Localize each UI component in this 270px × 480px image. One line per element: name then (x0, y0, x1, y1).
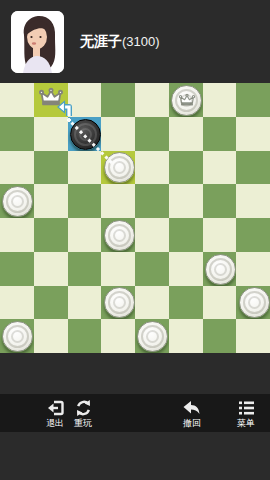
square-e7[interactable] (135, 117, 169, 151)
square-c8[interactable] (68, 83, 102, 117)
square-b2[interactable] (34, 286, 68, 320)
undo-icon (182, 399, 202, 417)
toolbar-button-label: 重玩 (74, 419, 92, 428)
square-d8[interactable] (101, 83, 135, 117)
square-b8[interactable] (34, 83, 68, 117)
square-c6[interactable] (68, 151, 102, 185)
square-h1[interactable] (236, 319, 270, 353)
square-e6[interactable] (135, 151, 169, 185)
square-a6[interactable] (0, 151, 34, 185)
square-c2[interactable] (68, 286, 102, 320)
square-g2[interactable] (203, 286, 237, 320)
square-f4[interactable] (169, 218, 203, 252)
black-man-piece (70, 119, 101, 150)
square-g1[interactable] (203, 319, 237, 353)
square-d2[interactable] (101, 286, 135, 320)
square-e4[interactable] (135, 218, 169, 252)
square-h6[interactable] (236, 151, 270, 185)
replay-icon (74, 399, 93, 417)
toolbar-button-replay[interactable]: 重玩 (61, 396, 105, 430)
square-c7[interactable] (68, 117, 102, 151)
white-man-piece (205, 254, 236, 285)
square-d3[interactable] (101, 252, 135, 286)
menu-icon (237, 399, 256, 417)
square-c5[interactable] (68, 184, 102, 218)
white-man-piece (137, 321, 168, 352)
square-h4[interactable] (236, 218, 270, 252)
avatar (11, 11, 64, 73)
player-bar: 无涯子(3100) (0, 0, 270, 83)
toolbar-button-undo[interactable]: 撤回 (170, 396, 214, 430)
square-g8[interactable] (203, 83, 237, 117)
square-d1[interactable] (101, 319, 135, 353)
square-d6[interactable] (101, 151, 135, 185)
square-f2[interactable] (169, 286, 203, 320)
square-h8[interactable] (236, 83, 270, 117)
square-g5[interactable] (203, 184, 237, 218)
square-f5[interactable] (169, 184, 203, 218)
toolbar-button-menu[interactable]: 菜单 (224, 396, 268, 430)
avatar-woman-illustration (11, 11, 64, 73)
toolbar-button-label: 撤回 (183, 419, 201, 428)
promotion-crown-marker (38, 87, 63, 110)
square-e5[interactable] (135, 184, 169, 218)
square-f3[interactable] (169, 252, 203, 286)
square-c3[interactable] (68, 252, 102, 286)
square-d5[interactable] (101, 184, 135, 218)
square-h5[interactable] (236, 184, 270, 218)
white-man-piece (104, 220, 135, 251)
square-d4[interactable] (101, 218, 135, 252)
toolbar: 退出重玩撤回菜单 (0, 394, 270, 432)
white-man-piece (104, 287, 135, 318)
square-b4[interactable] (34, 218, 68, 252)
square-h7[interactable] (236, 117, 270, 151)
square-f7[interactable] (169, 117, 203, 151)
square-a7[interactable] (0, 117, 34, 151)
square-a4[interactable] (0, 218, 34, 252)
square-g3[interactable] (203, 252, 237, 286)
white-man-piece (104, 152, 135, 183)
square-e2[interactable] (135, 286, 169, 320)
square-c4[interactable] (68, 218, 102, 252)
square-b5[interactable] (34, 184, 68, 218)
square-h3[interactable] (236, 252, 270, 286)
square-e8[interactable] (135, 83, 169, 117)
square-a1[interactable] (0, 319, 34, 353)
square-g6[interactable] (203, 151, 237, 185)
white-man-piece (239, 287, 270, 318)
square-f6[interactable] (169, 151, 203, 185)
square-d7[interactable] (101, 117, 135, 151)
square-a3[interactable] (0, 252, 34, 286)
square-b7[interactable] (34, 117, 68, 151)
square-e1[interactable] (135, 319, 169, 353)
square-b6[interactable] (34, 151, 68, 185)
square-b1[interactable] (34, 319, 68, 353)
checkers-board (0, 83, 270, 353)
square-g4[interactable] (203, 218, 237, 252)
player-name: 无涯子(3100) (80, 33, 160, 51)
square-b3[interactable] (34, 252, 68, 286)
square-e3[interactable] (135, 252, 169, 286)
white-man-piece (2, 321, 33, 352)
square-h2[interactable] (236, 286, 270, 320)
square-a8[interactable] (0, 83, 34, 117)
checkers-app: 无涯子(3100) 退出重玩撤回菜单 (0, 0, 270, 480)
toolbar-button-label: 菜单 (237, 419, 255, 428)
square-f1[interactable] (169, 319, 203, 353)
square-a2[interactable] (0, 286, 34, 320)
square-c1[interactable] (68, 319, 102, 353)
white-king-piece (171, 85, 202, 116)
white-man-piece (2, 186, 33, 217)
square-g7[interactable] (203, 117, 237, 151)
square-a5[interactable] (0, 184, 34, 218)
square-f8[interactable] (169, 83, 203, 117)
player-rating: (3100) (122, 34, 160, 49)
bottom-panel: 退出重玩撤回菜单 (0, 353, 270, 480)
